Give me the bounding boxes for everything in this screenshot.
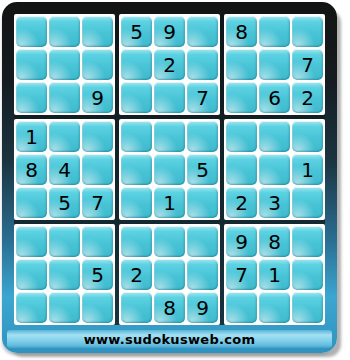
box-7: 5 [14, 224, 115, 325]
cell-r6c1[interactable] [16, 187, 47, 218]
cell-r8c9[interactable] [292, 259, 323, 290]
cell-r6c2[interactable]: 5 [49, 187, 80, 218]
cell-r7c1[interactable] [16, 226, 47, 257]
cell-r7c4[interactable] [121, 226, 152, 257]
cell-r6c4[interactable] [121, 187, 152, 218]
cell-r4c8[interactable] [259, 121, 290, 152]
cell-r8c3[interactable]: 5 [82, 259, 113, 290]
cell-r3c2[interactable] [49, 82, 80, 113]
cell-r1c3[interactable] [82, 16, 113, 47]
cell-r2c9[interactable]: 7 [292, 49, 323, 80]
cell-r8c7[interactable]: 7 [226, 259, 257, 290]
cell-r4c4[interactable] [121, 121, 152, 152]
cell-r1c1[interactable] [16, 16, 47, 47]
cell-r5c3[interactable] [82, 154, 113, 185]
site-url[interactable]: www.sudokusweb.com [84, 332, 256, 347]
cell-r5c2[interactable]: 4 [49, 154, 80, 185]
sudoku-board-frame: 9 5927 8762 18457 51 123 5 289 9871 www.… [2, 2, 337, 353]
cell-r2c7[interactable] [226, 49, 257, 80]
cell-r4c5[interactable] [154, 121, 185, 152]
cell-r6c7[interactable]: 2 [226, 187, 257, 218]
cell-r7c6[interactable] [187, 226, 218, 257]
cell-r4c2[interactable] [49, 121, 80, 152]
cell-r9c3[interactable] [82, 292, 113, 323]
box-8: 289 [119, 224, 220, 325]
cell-r1c7[interactable]: 8 [226, 16, 257, 47]
cell-r3c7[interactable] [226, 82, 257, 113]
cell-r5c1[interactable]: 8 [16, 154, 47, 185]
cell-r4c9[interactable] [292, 121, 323, 152]
cell-r6c3[interactable]: 7 [82, 187, 113, 218]
cell-r1c2[interactable] [49, 16, 80, 47]
cell-r2c6[interactable] [187, 49, 218, 80]
cell-r8c6[interactable] [187, 259, 218, 290]
cell-r5c9[interactable]: 1 [292, 154, 323, 185]
cell-r4c1[interactable]: 1 [16, 121, 47, 152]
cell-r3c5[interactable] [154, 82, 185, 113]
box-4: 18457 [14, 119, 115, 220]
cell-r9c5[interactable]: 8 [154, 292, 185, 323]
cell-r6c9[interactable] [292, 187, 323, 218]
cell-r5c7[interactable] [226, 154, 257, 185]
cell-r5c8[interactable] [259, 154, 290, 185]
cell-r5c4[interactable] [121, 154, 152, 185]
box-5: 51 [119, 119, 220, 220]
cell-r9c9[interactable] [292, 292, 323, 323]
cell-r3c8[interactable]: 6 [259, 82, 290, 113]
box-6: 123 [224, 119, 325, 220]
cell-r4c6[interactable] [187, 121, 218, 152]
cell-r4c7[interactable] [226, 121, 257, 152]
cell-r5c6[interactable]: 5 [187, 154, 218, 185]
cell-r9c4[interactable] [121, 292, 152, 323]
cell-r2c2[interactable] [49, 49, 80, 80]
cell-r2c8[interactable] [259, 49, 290, 80]
cell-r1c9[interactable] [292, 16, 323, 47]
cell-r9c2[interactable] [49, 292, 80, 323]
cell-r3c9[interactable]: 2 [292, 82, 323, 113]
box-2: 5927 [119, 14, 220, 115]
cell-r8c5[interactable] [154, 259, 185, 290]
cell-r7c2[interactable] [49, 226, 80, 257]
cell-r5c5[interactable] [154, 154, 185, 185]
cell-r1c4[interactable]: 5 [121, 16, 152, 47]
cell-r8c8[interactable]: 1 [259, 259, 290, 290]
cell-r1c6[interactable] [187, 16, 218, 47]
cell-r9c6[interactable]: 9 [187, 292, 218, 323]
cell-r2c3[interactable] [82, 49, 113, 80]
cell-r7c9[interactable] [292, 226, 323, 257]
footer-bar: www.sudokusweb.com [7, 330, 332, 348]
cell-r7c7[interactable]: 9 [226, 226, 257, 257]
cell-r8c4[interactable]: 2 [121, 259, 152, 290]
cell-r9c8[interactable] [259, 292, 290, 323]
sudoku-grid: 9 5927 8762 18457 51 123 5 289 9871 [14, 14, 325, 325]
cell-r8c1[interactable] [16, 259, 47, 290]
box-3: 8762 [224, 14, 325, 115]
cell-r7c8[interactable]: 8 [259, 226, 290, 257]
cell-r9c1[interactable] [16, 292, 47, 323]
cell-r2c4[interactable] [121, 49, 152, 80]
cell-r2c1[interactable] [16, 49, 47, 80]
cell-r7c3[interactable] [82, 226, 113, 257]
cell-r6c6[interactable] [187, 187, 218, 218]
cell-r1c5[interactable]: 9 [154, 16, 185, 47]
cell-r3c4[interactable] [121, 82, 152, 113]
cell-r9c7[interactable] [226, 292, 257, 323]
cell-r3c6[interactable]: 7 [187, 82, 218, 113]
cell-r8c2[interactable] [49, 259, 80, 290]
cell-r1c8[interactable] [259, 16, 290, 47]
cell-r7c5[interactable] [154, 226, 185, 257]
box-1: 9 [14, 14, 115, 115]
cell-r3c1[interactable] [16, 82, 47, 113]
box-9: 9871 [224, 224, 325, 325]
cell-r2c5[interactable]: 2 [154, 49, 185, 80]
cell-r4c3[interactable] [82, 121, 113, 152]
cell-r6c8[interactable]: 3 [259, 187, 290, 218]
cell-r6c5[interactable]: 1 [154, 187, 185, 218]
cell-r3c3[interactable]: 9 [82, 82, 113, 113]
